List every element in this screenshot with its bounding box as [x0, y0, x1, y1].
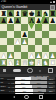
white-knight: ♞	[43, 59, 49, 66]
black-pawn: ♟	[36, 17, 42, 24]
move-label: e6	[0, 77, 7, 80]
square-e7[interactable]: ♟	[28, 17, 35, 24]
battery-icon	[53, 1, 55, 3]
games-count: 8,943	[7, 90, 15, 92]
square-h6[interactable]	[49, 24, 56, 31]
flip-board-icon[interactable]	[48, 68, 53, 73]
black-pawn: ♟	[43, 17, 49, 24]
square-d3[interactable]	[21, 45, 28, 52]
back-icon[interactable]	[13, 96, 15, 98]
square-a7[interactable]: ♟	[0, 17, 7, 24]
move-label: c6	[0, 81, 7, 84]
square-f2[interactable]: ♟	[35, 52, 42, 59]
square-b7[interactable]: ♟	[7, 17, 14, 24]
square-h7[interactable]: ♟	[49, 17, 56, 24]
white-pawn: ♟	[15, 38, 21, 45]
square-a6[interactable]	[0, 24, 7, 31]
square-c6[interactable]	[14, 24, 21, 31]
white-pawn: ♟	[1, 52, 7, 59]
engine-eval-pill[interactable]	[13, 69, 21, 72]
white-pawn: ♟	[29, 52, 35, 59]
square-g1[interactable]: ♞	[42, 59, 49, 66]
black-knight: ♞	[43, 10, 49, 17]
white-pawn: ♟	[8, 52, 14, 59]
square-b4[interactable]	[7, 38, 14, 45]
status-time: 2:00	[1, 0, 6, 4]
draw-win-segment: 41%	[31, 77, 47, 80]
square-f6[interactable]	[35, 24, 42, 31]
square-h3[interactable]	[49, 45, 56, 52]
games-count: 99,123	[7, 82, 15, 84]
record-icon[interactable]	[39, 70, 41, 72]
black-win-segment: 22%	[46, 89, 55, 92]
square-g6[interactable]	[42, 24, 49, 31]
black-rook: ♜	[1, 10, 7, 17]
square-f1[interactable]: ♝	[35, 59, 42, 66]
black-king: ♚	[29, 10, 35, 17]
square-a1[interactable]: ♜	[0, 59, 7, 66]
white-pawn: ♟	[50, 52, 56, 59]
square-h5[interactable]	[49, 31, 56, 38]
move-label: Nf6	[0, 89, 7, 92]
result-bar: 45%33%22%	[15, 89, 55, 92]
black-pawn: ♟	[29, 17, 35, 24]
square-f5[interactable]	[35, 31, 42, 38]
square-b2[interactable]: ♟	[7, 52, 14, 59]
draw-win-segment: 42%	[30, 81, 47, 84]
square-g3[interactable]	[42, 45, 49, 52]
square-h4[interactable]	[49, 38, 56, 45]
square-b3[interactable]	[7, 45, 14, 52]
square-c8[interactable]: ♝	[14, 10, 21, 17]
black-win-segment: 20%	[47, 77, 55, 80]
black-win-segment: 21%	[47, 81, 55, 84]
square-d4[interactable]: ♟	[21, 38, 28, 45]
square-e4[interactable]	[28, 38, 35, 45]
square-d6[interactable]	[21, 24, 28, 31]
square-g7[interactable]: ♟	[42, 17, 49, 24]
white-bishop: ♝	[36, 59, 42, 66]
square-c7[interactable]: ♟	[14, 17, 21, 24]
square-b1[interactable]: ♞	[7, 59, 14, 66]
square-a8[interactable]: ♜	[0, 10, 7, 17]
status-icons	[50, 1, 55, 3]
draw-win-segment: 33%	[33, 89, 46, 92]
square-h8[interactable]: ♜	[49, 10, 56, 17]
results-column-header: White / Draw / Black	[29, 75, 49, 77]
square-f8[interactable]: ♝	[35, 10, 42, 17]
black-bishop: ♝	[15, 10, 21, 17]
black-win-segment: 21%	[47, 85, 55, 88]
square-b6[interactable]	[7, 24, 14, 31]
recents-icon[interactable]	[39, 95, 44, 100]
board-container: ♜♞♝♛♚♝♞♜♟♟♟♟♟♟♟♟♟♟♟♟♟♟♟♟♜♞♝♛♚♝♞♜	[0, 10, 56, 66]
square-d5[interactable]: ♟	[21, 31, 28, 38]
square-h1[interactable]: ♜	[49, 59, 56, 66]
square-b5[interactable]	[7, 31, 14, 38]
square-d8[interactable]: ♛	[21, 10, 28, 17]
square-g8[interactable]: ♞	[42, 10, 49, 17]
black-pawn: ♟	[22, 31, 28, 38]
white-rook: ♜	[1, 59, 7, 66]
white-rook: ♜	[50, 59, 56, 66]
square-g4[interactable]	[42, 38, 49, 45]
home-icon[interactable]	[24, 95, 29, 100]
white-pawn: ♟	[36, 52, 42, 59]
white-win-segment: 37%	[15, 81, 30, 84]
black-queen: ♛	[22, 10, 28, 17]
square-e6[interactable]	[28, 24, 35, 31]
square-g2[interactable]: ♟	[42, 52, 49, 59]
white-win-segment: 41%	[15, 85, 31, 88]
square-f3[interactable]	[35, 45, 42, 52]
square-c3[interactable]	[14, 45, 21, 52]
black-bishop: ♝	[36, 10, 42, 17]
square-b8[interactable]: ♞	[7, 10, 14, 17]
square-c5[interactable]	[14, 31, 21, 38]
square-a3[interactable]	[0, 45, 7, 52]
square-e1[interactable]: ♚	[28, 59, 35, 66]
square-c1[interactable]: ♝	[14, 59, 21, 66]
square-d2[interactable]	[21, 52, 28, 59]
black-pawn: ♟	[1, 17, 7, 24]
square-e8[interactable]: ♚	[28, 10, 35, 17]
white-win-segment: 39%	[15, 77, 31, 80]
square-e5[interactable]	[28, 31, 35, 38]
black-pawn: ♟	[8, 17, 14, 24]
page-title: Queen's Gambit	[2, 5, 28, 9]
app-action-icon[interactable]	[50, 5, 55, 10]
square-a5[interactable]	[0, 31, 7, 38]
move-label: dxc4	[0, 85, 7, 88]
games-count: 32,406	[7, 86, 15, 88]
square-c2[interactable]	[14, 52, 21, 59]
square-a4[interactable]	[0, 38, 7, 45]
white-knight: ♞	[8, 59, 14, 66]
analysis-toolbar	[0, 66, 56, 74]
square-f7[interactable]: ♟	[35, 17, 42, 24]
square-g5[interactable]	[42, 31, 49, 38]
square-e2[interactable]: ♟	[28, 52, 35, 59]
white-queen: ♛	[22, 59, 28, 66]
white-pawn: ♟	[22, 38, 28, 45]
android-nav-bar	[0, 94, 56, 100]
white-pawn: ♟	[43, 52, 49, 59]
result-bar: 37%42%21%	[15, 81, 55, 84]
square-d7[interactable]	[21, 17, 28, 24]
square-d1[interactable]: ♛	[21, 59, 28, 66]
white-king: ♚	[29, 59, 35, 66]
wifi-icon	[50, 1, 52, 3]
square-c4[interactable]: ♟	[14, 38, 21, 45]
draw-win-segment: 38%	[32, 85, 47, 88]
black-rook: ♜	[50, 10, 56, 17]
games-count: 158,385	[7, 78, 15, 80]
menu-icon[interactable]	[3, 69, 6, 72]
square-f4[interactable]	[35, 38, 42, 45]
black-pawn: ♟	[50, 17, 56, 24]
black-knight: ♞	[8, 10, 14, 17]
result-bar: 41%38%21%	[15, 85, 55, 88]
square-h2[interactable]: ♟	[49, 52, 56, 59]
white-bishop: ♝	[15, 59, 21, 66]
white-win-segment: 45%	[15, 89, 33, 92]
square-a2[interactable]: ♟	[0, 52, 7, 59]
square-e3[interactable]	[28, 45, 35, 52]
chess-board[interactable]: ♜♞♝♛♚♝♞♜♟♟♟♟♟♟♟♟♟♟♟♟♟♟♟♟♜♞♝♛♚♝♞♜	[0, 10, 56, 66]
result-bar: 39%41%20%	[15, 77, 55, 80]
black-pawn: ♟	[15, 17, 21, 24]
settings-gear-icon[interactable]	[27, 68, 32, 73]
